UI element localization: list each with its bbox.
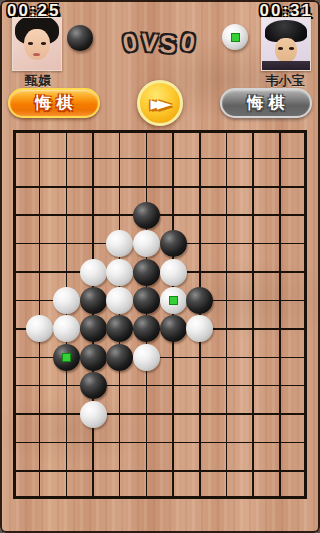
grid-line-h: [13, 496, 307, 499]
stone-black: [80, 344, 107, 371]
stone-white: [53, 315, 80, 342]
avatar-robe: [262, 61, 310, 71]
grid-line-h: [13, 130, 307, 133]
grid-line-h: [13, 470, 307, 472]
fast-forward-icon: ►►: [156, 92, 163, 114]
undo-button-left[interactable]: 悔棋: [8, 88, 100, 118]
stone-black: [160, 230, 187, 257]
grid-line-h: [13, 158, 307, 160]
game-screen: 00:25 00:31 0VS0 甄嬛 韦小宝 悔棋 ►► 悔棋: [0, 0, 320, 533]
stone-black: [186, 287, 213, 314]
stone-white: [106, 287, 133, 314]
score-vs-label: VS: [140, 28, 179, 60]
stone-white: [80, 259, 107, 286]
score-right: 0: [179, 27, 199, 58]
stone-black: [80, 315, 107, 342]
stone-white: [133, 230, 160, 257]
grid-line-h: [13, 385, 307, 387]
stone-white: [186, 315, 213, 342]
stone-white: [160, 259, 187, 286]
board[interactable]: [13, 130, 307, 499]
stone-black: [133, 287, 160, 314]
stone-white: [106, 230, 133, 257]
grid-line-h: [13, 442, 307, 444]
last-move-marker: [169, 296, 178, 305]
grid-line-h: [13, 413, 307, 415]
stone-black: [80, 372, 107, 399]
stone-white: [80, 401, 107, 428]
stone-white: [26, 315, 53, 342]
stone-black: [80, 287, 107, 314]
stone-white: [53, 287, 80, 314]
grid-line-h: [13, 186, 307, 188]
undo-button-right[interactable]: 悔棋: [220, 88, 312, 118]
stone-black: [133, 259, 160, 286]
stone-black: [106, 315, 133, 342]
stone-black: [133, 202, 160, 229]
stone-black: [53, 344, 80, 371]
stone-black: [106, 344, 133, 371]
stone-white: [106, 259, 133, 286]
score-display: 0VS0: [0, 28, 320, 57]
stone-white: [160, 287, 187, 314]
last-move-marker: [62, 353, 71, 362]
stone-black: [133, 315, 160, 342]
stone-black: [160, 315, 187, 342]
fast-forward-button[interactable]: ►►: [137, 80, 183, 126]
stone-white: [133, 344, 160, 371]
score-left: 0: [121, 27, 142, 58]
